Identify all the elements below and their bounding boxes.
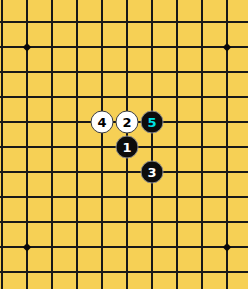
grid-hline [0, 21, 248, 22]
grid-hline [0, 71, 248, 72]
move-number-label: 4 [97, 116, 106, 129]
move-number-label: 1 [122, 141, 131, 154]
grid-hline [0, 196, 248, 197]
go-board[interactable]: 12345 [0, 0, 248, 289]
move-number-label: 5 [147, 116, 156, 129]
star-point-icon [223, 43, 231, 51]
grid-hline [0, 96, 248, 97]
stone-white-4[interactable]: 4 [91, 111, 114, 134]
star-point-icon [23, 243, 31, 251]
stone-black-1[interactable]: 1 [116, 136, 139, 159]
move-number-label: 3 [147, 166, 156, 179]
go-diagram: 12345 [0, 0, 248, 289]
stone-black-5[interactable]: 5 [141, 111, 164, 134]
grid-hline [0, 46, 248, 47]
grid-hline [0, 246, 248, 247]
grid-hline [0, 221, 248, 222]
move-number-label: 2 [122, 116, 131, 129]
star-point-icon [223, 243, 231, 251]
grid-hline [0, 271, 248, 272]
stone-white-2[interactable]: 2 [116, 111, 139, 134]
star-point-icon [23, 43, 31, 51]
grid-hline [0, 171, 248, 172]
stone-black-3[interactable]: 3 [141, 161, 164, 184]
